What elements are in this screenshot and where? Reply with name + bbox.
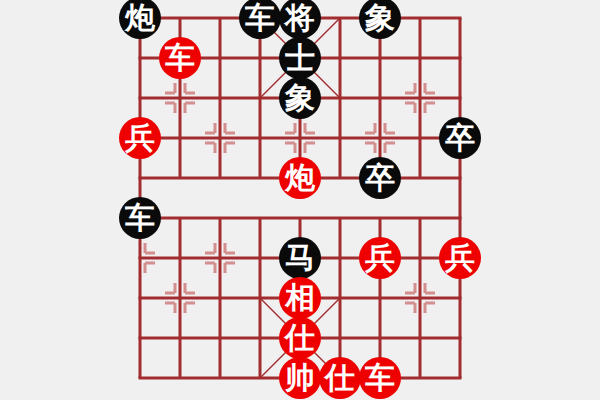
piece-red-cannon[interactable]: 炮 — [279, 157, 321, 199]
piece-black-general[interactable]: 将 — [279, 0, 321, 39]
piece-black-soldier[interactable]: 卒 — [439, 117, 481, 159]
piece-black-chariot[interactable]: 车 — [119, 197, 161, 239]
board-intersection: 马 — [280, 238, 320, 278]
pieces-layer: 炮车将象车士象兵卒炮卒车马兵兵相仕帅仕车 — [120, 0, 480, 398]
piece-red-chariot[interactable]: 车 — [159, 37, 201, 79]
piece-red-soldier[interactable]: 兵 — [439, 237, 481, 279]
board-intersection: 象 — [280, 78, 320, 118]
board-intersection: 象 — [360, 0, 400, 38]
piece-black-soldier[interactable]: 卒 — [359, 157, 401, 199]
board-intersection: 车 — [120, 198, 160, 238]
piece-red-advisor[interactable]: 仕 — [319, 357, 361, 399]
piece-red-elephant[interactable]: 相 — [279, 277, 321, 319]
piece-red-chariot[interactable]: 车 — [359, 357, 401, 399]
board-intersection: 仕 — [320, 358, 360, 398]
piece-red-general[interactable]: 帅 — [279, 357, 321, 399]
piece-black-cannon[interactable]: 炮 — [119, 0, 161, 39]
piece-black-elephant[interactable]: 象 — [359, 0, 401, 39]
board-intersection: 卒 — [360, 158, 400, 198]
piece-black-elephant[interactable]: 象 — [279, 77, 321, 119]
board-intersection: 卒 — [440, 118, 480, 158]
board-intersection: 炮 — [120, 0, 160, 38]
piece-red-soldier[interactable]: 兵 — [359, 237, 401, 279]
board-intersection: 车 — [360, 358, 400, 398]
board-intersection: 车 — [240, 0, 280, 38]
piece-black-advisor[interactable]: 士 — [279, 37, 321, 79]
board-intersection: 车 — [160, 38, 200, 78]
board-intersection: 相 — [280, 278, 320, 318]
board-intersection: 兵 — [440, 238, 480, 278]
board-intersection: 兵 — [360, 238, 400, 278]
xiangqi-board: 炮车将象车士象兵卒炮卒车马兵兵相仕帅仕车 — [0, 0, 600, 400]
board-intersection: 仕 — [280, 318, 320, 358]
board-intersection: 兵 — [120, 118, 160, 158]
piece-black-chariot[interactable]: 车 — [239, 0, 281, 39]
board-intersection: 帅 — [280, 358, 320, 398]
board-intersection: 炮 — [280, 158, 320, 198]
piece-red-advisor[interactable]: 仕 — [279, 317, 321, 359]
board-intersection: 将 — [280, 0, 320, 38]
piece-red-soldier[interactable]: 兵 — [119, 117, 161, 159]
piece-black-horse[interactable]: 马 — [279, 237, 321, 279]
board-intersection: 士 — [280, 38, 320, 78]
